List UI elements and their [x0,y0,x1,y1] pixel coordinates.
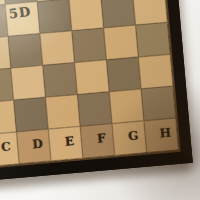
square-d3[interactable] [11,65,46,100]
square-d5-coordinate-stamp: 5D [8,5,32,21]
square-g5[interactable] [101,0,136,28]
square-e3[interactable] [43,63,78,98]
square-e1[interactable]: E [48,126,83,161]
square-d4[interactable] [8,33,43,68]
square-h3[interactable] [138,54,173,89]
square-h5[interactable] [133,0,168,25]
square-h1[interactable]: H [144,118,179,153]
file-label-e: E [64,135,74,148]
file-label-g: G [128,129,139,142]
square-g4[interactable] [104,25,139,60]
square-h2[interactable] [141,86,176,121]
square-h4[interactable] [136,22,171,57]
square-g3[interactable] [106,57,141,92]
square-e4[interactable] [40,31,75,66]
square-f3[interactable] [75,60,110,95]
square-e5[interactable] [37,0,72,33]
square-f1[interactable]: F [80,124,115,159]
square-e2[interactable] [45,94,80,129]
square-f5[interactable] [69,0,104,31]
square-f2[interactable] [77,92,112,127]
file-label-c: C [1,141,12,154]
square-f4[interactable] [72,28,107,63]
file-label-d: D [32,138,43,151]
chessboard-frame: 5DCDEFGH [0,0,193,186]
square-g2[interactable] [109,89,144,124]
square-d2[interactable] [14,97,49,132]
chessboard-photo: 5DCDEFGH [0,0,200,200]
file-label-h: H [159,127,171,140]
file-label-f: F [97,132,107,145]
square-g1[interactable]: G [112,121,147,156]
chessboard: 5DCDEFGH [0,0,179,172]
square-d5[interactable]: 5D [5,2,40,37]
square-d1[interactable]: D [16,129,51,164]
